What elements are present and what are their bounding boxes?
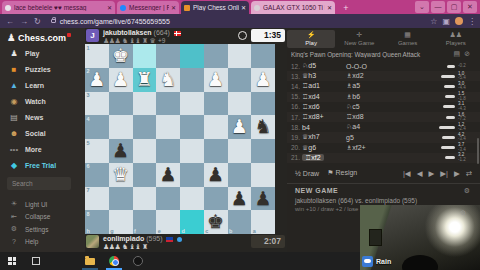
- padlock-icon: [51, 19, 56, 23]
- scrollbar-thumb[interactable]: [477, 138, 479, 164]
- square-d6[interactable]: [180, 163, 204, 187]
- flip-icon[interactable]: ⇄: [466, 169, 472, 178]
- square-f5[interactable]: [133, 139, 157, 163]
- square-g4[interactable]: [109, 115, 133, 139]
- rank-label: 3: [87, 92, 90, 98]
- rating-stakes-line: win +10 / draw +2 / lose -6: [295, 206, 365, 212]
- move-row[interactable]: 13.♕h3♗xd21.0-5.4: [287, 71, 480, 81]
- move-row[interactable]: 14.♖ad1♗a53.0-4.4: [287, 81, 480, 91]
- white-move[interactable]: ♖xd6: [302, 103, 346, 111]
- sidebar-item-learn[interactable]: ▲Learn: [0, 77, 85, 93]
- player-name[interactable]: eonlimpiado (595): [103, 235, 182, 242]
- square-h1[interactable]: 1: [85, 44, 109, 68]
- black-move[interactable]: ♘a4: [346, 123, 390, 131]
- eval-bottom: -4.3: [458, 107, 472, 112]
- tab-title: lace bebelele ♥♥ messag: [14, 4, 105, 11]
- sidebar-item-play[interactable]: ♟Play: [0, 45, 85, 61]
- eval-widget: 1.0-5.4: [441, 72, 472, 81]
- square-g3[interactable]: [109, 92, 133, 116]
- sidebar-item-watch[interactable]: ◉Watch: [0, 93, 85, 109]
- square-e2[interactable]: ♞: [156, 68, 180, 92]
- messenger-favicon: [120, 5, 126, 11]
- chesscom-logo[interactable]: ♟ Chess.com: [7, 32, 71, 43]
- move-row[interactable]: 15.♖xd4♗b61.5-1.8: [287, 92, 480, 102]
- black-move[interactable]: ♗a5: [346, 82, 390, 90]
- square-f8[interactable]: f: [133, 210, 157, 234]
- white-pawn[interactable]: ♟: [109, 68, 133, 92]
- close-window-button[interactable]: ✕: [463, 1, 477, 13]
- file-label: b: [229, 228, 232, 234]
- player-bar: eonlimpiado (595) ♟♟♟ ♞ ♝♝ ♜ ⊙ 2:07: [85, 234, 287, 250]
- new-tab-button[interactable]: +: [341, 3, 351, 13]
- start-button[interactable]: [0, 252, 24, 270]
- square-c7[interactable]: [204, 187, 228, 211]
- file-label: a: [253, 228, 256, 234]
- collapse-icon: ⇤: [8, 213, 20, 221]
- panel-divider: [287, 183, 480, 184]
- move-nav-controls: |◀◀▶▶|▶⇄: [403, 169, 472, 178]
- move-number: 19.: [287, 134, 302, 141]
- square-b5[interactable]: [228, 139, 252, 163]
- toolbar-extensions: ☆ ▣ ⋮: [430, 14, 476, 28]
- square-a3[interactable]: [251, 92, 275, 116]
- black-pawn[interactable]: ♟: [251, 187, 275, 211]
- opponent-avatar[interactable]: J: [86, 29, 99, 42]
- game-buttons-row: ½Draw ⚑Resign |◀◀▶▶|▶⇄: [287, 165, 480, 181]
- square-g5[interactable]: ♟: [109, 139, 133, 163]
- square-h2[interactable]: 2♟: [85, 68, 109, 92]
- matchup-line: jakubtollaksen (664) vs. eonlimpiado (59…: [295, 197, 417, 204]
- square-e1[interactable]: [156, 44, 180, 68]
- square-c8[interactable]: c♚: [204, 210, 228, 234]
- bookmark-star-icon[interactable]: ☆: [430, 17, 437, 26]
- forward-icon[interactable]: →: [20, 17, 28, 26]
- streamer-silhouette: [402, 255, 438, 270]
- chesscom-favicon: [184, 5, 190, 11]
- black-pawn[interactable]: ♟: [109, 139, 133, 163]
- light-ui-icon: ☀: [8, 200, 20, 208]
- close-tab-icon[interactable]: ✕: [241, 4, 246, 11]
- player-flag-icon: [166, 237, 173, 242]
- white-knight[interactable]: ♞: [156, 68, 180, 92]
- forward-icon[interactable]: ▶: [428, 169, 434, 178]
- square-g2[interactable]: ♟: [109, 68, 133, 92]
- panel-tab-new-game[interactable]: ✛New Game: [335, 30, 383, 48]
- draw-button[interactable]: ½Draw: [295, 170, 319, 177]
- square-e7[interactable]: [156, 187, 180, 211]
- circle-favicon: [5, 5, 11, 11]
- move-row[interactable]: 17.♖xd8+♖xd81.6-7.2: [287, 112, 480, 122]
- eval-widget: 1.5-1.8: [445, 92, 472, 101]
- file-explorer-icon[interactable]: [78, 252, 102, 270]
- move-number: 13.: [287, 73, 302, 80]
- white-king[interactable]: ♚: [109, 44, 133, 68]
- white-move[interactable]: ♕xh7: [302, 133, 346, 141]
- white-rook[interactable]: ♜: [133, 68, 157, 92]
- move-row[interactable]: 16.♖xd6♘c53.1-4.3: [287, 102, 480, 112]
- eval-widget: 3.0-4.4: [444, 82, 472, 91]
- move-row[interactable]: 20.♕g6♗xf2+3.7-3.4: [287, 143, 480, 153]
- taskbar-spacer: [48, 252, 78, 270]
- square-b4[interactable]: ♟: [228, 115, 252, 139]
- eval-widget: -0.2: [447, 64, 472, 69]
- webcam-overlay: ⊙ Rain: [360, 205, 480, 270]
- address-bar[interactable]: chess.com/game/live/67455659555: [60, 18, 170, 25]
- square-a7[interactable]: ♟: [251, 187, 275, 211]
- maximize-button[interactable]: ▢: [447, 1, 461, 13]
- weather-label: Rain: [376, 258, 391, 265]
- eval-bar: [445, 156, 455, 159]
- black-undefined[interactable]: [180, 44, 204, 68]
- sidebar-footer-settings[interactable]: ⚙Settings: [0, 223, 85, 236]
- tab-title: GALAX GTX 1050 Ti P750 + VTi: [263, 4, 325, 11]
- sidebar-footer-light-ui[interactable]: ☀Light UI: [0, 198, 85, 211]
- square-f4[interactable]: [133, 115, 157, 139]
- square-h6[interactable]: 6: [85, 163, 109, 187]
- black-king[interactable]: ♚: [204, 210, 228, 234]
- move-list[interactable]: 12.♘d5O-O-O-0.213.♕h3♗xd21.0-5.414.♖ad1♗…: [287, 61, 480, 163]
- opponent-clock: 1:35: [251, 29, 285, 42]
- move-row[interactable]: 12.♘d5O-O-O-0.2: [287, 61, 480, 71]
- panel-tab-games[interactable]: ▦Games: [384, 30, 432, 48]
- profile-menu-button[interactable]: ⌄: [415, 1, 429, 13]
- move-number: 17.: [287, 114, 302, 121]
- eval-bar: [442, 136, 455, 139]
- file-label: g: [110, 228, 113, 234]
- white-move[interactable]: ♖ad1: [302, 82, 346, 90]
- square-f3[interactable]: [133, 92, 157, 116]
- eval-bar: [441, 75, 455, 78]
- browser-titlebar: lace bebelele ♥♥ messag✕Messenger | Face…: [0, 0, 480, 14]
- sidebar-item-free-trial[interactable]: ◆Free Trial: [0, 157, 85, 173]
- square-a8[interactable]: a: [251, 210, 275, 234]
- square-c3[interactable]: [204, 92, 228, 116]
- captured-pieces-by-black: ♟♟♟ ♞ ♝♝ ♜: [103, 243, 148, 251]
- white-queen[interactable]: ♛: [109, 163, 133, 187]
- eval-bar: [444, 85, 455, 88]
- white-pawn[interactable]: ♟: [204, 68, 228, 92]
- players-icon: ♟♟: [432, 31, 480, 40]
- new-game-heading: NEW GAME: [295, 187, 338, 194]
- material-advantage: +9: [158, 37, 165, 44]
- square-d5[interactable]: [180, 139, 204, 163]
- white-move[interactable]: ♖xd4: [302, 93, 346, 101]
- eval-widget: 3.2-1.2: [445, 153, 472, 162]
- square-d4[interactable]: [180, 115, 204, 139]
- opponent-bar: J jakubtollaksen (664) ♟♟♟ ♞ ♝♝ ♜ ♛+9 1:…: [85, 28, 287, 44]
- puzzles-icon: ■: [8, 65, 20, 74]
- rain-icon: [362, 256, 373, 267]
- player-social-icon: [177, 237, 182, 242]
- back-icon[interactable]: ←: [6, 17, 14, 26]
- camera-overlay-icon: ⊙: [460, 209, 466, 217]
- close-tab-icon[interactable]: ✕: [171, 4, 176, 11]
- opponent-flag-icon: [174, 31, 181, 36]
- file-label: d: [182, 228, 185, 234]
- extensions-icon[interactable]: ▣: [442, 17, 450, 26]
- square-e8[interactable]: e: [156, 210, 180, 234]
- square-d3[interactable]: [180, 92, 204, 116]
- square-f2[interactable]: ♜: [133, 68, 157, 92]
- learn-icon: ▲: [8, 81, 20, 90]
- news-icon: ▤: [8, 113, 20, 122]
- square-e4[interactable]: [156, 115, 180, 139]
- square-a1[interactable]: [251, 44, 275, 68]
- black-move[interactable]: ♖xd8: [346, 113, 390, 121]
- resign-button[interactable]: ⚑Resign: [327, 169, 357, 177]
- rank-label: 8: [87, 211, 90, 217]
- move-number: 18.: [287, 124, 302, 131]
- square-c5[interactable]: [204, 139, 228, 163]
- go-end-icon[interactable]: ▶|: [440, 169, 448, 178]
- wall-frame: [369, 229, 382, 246]
- rank-label: 7: [87, 187, 90, 193]
- browser-toolbar: ← → ↻ chess.com/game/live/67455659555: [0, 14, 480, 28]
- black-move[interactable]: ♗b6: [346, 93, 390, 101]
- sidebar-menu: ♟Play■Puzzles▲Learn◉Watch▤News☻Social•••…: [0, 45, 85, 173]
- black-move[interactable]: ♘c5: [346, 103, 390, 111]
- square-c1[interactable]: [204, 44, 228, 68]
- browser-tab[interactable]: Messenger | Facebook✕: [117, 1, 179, 14]
- square-d7[interactable]: [180, 187, 204, 211]
- panel-tabs: ⚡Play✛New Game▦Games♟♟Players: [287, 30, 480, 48]
- more-icon: •••: [8, 145, 20, 154]
- browser-tab[interactable]: lace bebelele ♥♥ messag✕: [2, 1, 115, 14]
- white-pawn[interactable]: ♟: [251, 68, 275, 92]
- square-d2[interactable]: [180, 68, 204, 92]
- chesscom-sidebar: ♟ Chess.com ♟Play■Puzzles▲Learn◉Watch▤Ne…: [0, 28, 85, 252]
- move-number: 20.: [287, 144, 302, 151]
- square-g8[interactable]: g: [109, 210, 133, 234]
- notification-badge: [67, 33, 71, 37]
- square-a2[interactable]: ♟: [251, 68, 275, 92]
- search-input[interactable]: Search: [7, 177, 71, 190]
- chess-board[interactable]: 1♚2♟♟♜♞♟♟34♟♞5♟6♛♟♟7♟♟8hgfedc♚ba: [85, 44, 275, 234]
- opponent-name[interactable]: jakubtollaksen (664): [103, 29, 181, 36]
- eval-bar: [446, 116, 455, 119]
- square-a6[interactable]: [251, 163, 275, 187]
- sidebar-footer-help[interactable]: ?Help: [0, 236, 85, 249]
- white-move[interactable]: ♘d5: [302, 62, 346, 70]
- recorder-app-icon[interactable]: [126, 252, 150, 270]
- eval-bar: [441, 146, 455, 149]
- opening-icons[interactable]: ▤⊘: [454, 50, 474, 58]
- eval-widget: 3.1-4.3: [443, 102, 472, 111]
- go-start-icon[interactable]: |◀: [403, 169, 411, 178]
- white-move[interactable]: ♖xd8+: [302, 113, 346, 121]
- new-game-settings-icon[interactable]: ⚙: [464, 187, 470, 195]
- file-label: h: [87, 228, 90, 234]
- square-e6[interactable]: ♟: [156, 163, 180, 187]
- play-icon: ♟: [8, 49, 20, 58]
- square-a5[interactable]: [251, 139, 275, 163]
- black-pawn[interactable]: ♟: [228, 187, 252, 211]
- black-pawn[interactable]: ♟: [204, 163, 228, 187]
- player-rating: (595): [146, 235, 162, 242]
- square-b3[interactable]: [228, 92, 252, 116]
- back-icon[interactable]: ◀: [417, 169, 423, 178]
- white-move[interactable]: ♕h3: [302, 72, 346, 80]
- square-f7[interactable]: [133, 187, 157, 211]
- square-a4[interactable]: ♞: [251, 115, 275, 139]
- chrome-icon[interactable]: [102, 252, 126, 270]
- browser-tab[interactable]: GALAX GTX 1050 Ti P750 + VTi✕: [251, 1, 335, 14]
- panel-tab-play[interactable]: ⚡Play: [287, 30, 335, 48]
- profile-avatar[interactable]: [455, 17, 463, 25]
- move-number: 12.: [287, 63, 302, 70]
- square-c2[interactable]: ♟: [204, 68, 228, 92]
- square-h4[interactable]: 4: [85, 115, 109, 139]
- close-tab-icon[interactable]: ✕: [107, 4, 112, 11]
- opponent-rating: (664): [154, 29, 170, 36]
- free trial-icon: ◆: [8, 161, 20, 170]
- rank-label: 6: [87, 163, 90, 169]
- settings-icon: ⚙: [8, 225, 20, 233]
- move-row[interactable]: 18.b4♘a41.2-2.4: [287, 122, 480, 132]
- social-icon: ☻: [8, 129, 20, 138]
- clock-icon: [238, 31, 247, 40]
- file-label: e: [158, 228, 161, 234]
- play-icon[interactable]: ▶: [454, 169, 460, 178]
- black-knight[interactable]: ♞: [251, 115, 275, 139]
- white-move[interactable]: b4: [302, 124, 346, 131]
- player-avatar[interactable]: [86, 235, 99, 248]
- square-c4[interactable]: [204, 115, 228, 139]
- white-pawn[interactable]: ♟: [228, 115, 252, 139]
- square-h5[interactable]: 5: [85, 139, 109, 163]
- square-f1[interactable]: [133, 44, 157, 68]
- move-number: 15.: [287, 93, 302, 100]
- sidebar-item-more[interactable]: •••More: [0, 141, 85, 157]
- panel-tab-players[interactable]: ♟♟Players: [432, 30, 480, 48]
- reload-icon[interactable]: ↻: [34, 17, 41, 26]
- square-h3[interactable]: 3: [85, 92, 109, 116]
- globe-favicon: [254, 5, 260, 11]
- eval-bottom: -7.2: [458, 117, 472, 122]
- help-icon: ?: [8, 238, 20, 245]
- play-icon: ⚡: [287, 31, 335, 40]
- square-d8[interactable]: d: [180, 210, 204, 234]
- player-clock: 2:07: [251, 235, 285, 248]
- square-g7[interactable]: [109, 187, 133, 211]
- square-c6[interactable]: ♟: [204, 163, 228, 187]
- square-e5[interactable]: [156, 139, 180, 163]
- weather-widget: Rain: [362, 256, 391, 267]
- menu-dots-icon[interactable]: ⋮: [468, 17, 476, 26]
- flag-icon: ⚑: [327, 169, 333, 176]
- opening-name: King's Pawn Opening: Wayward Queen Attac…: [291, 51, 451, 58]
- square-b6[interactable]: [228, 163, 252, 187]
- eval-bar: [443, 105, 455, 108]
- logo-pawn-icon: ♟: [7, 32, 16, 43]
- browser-tab[interactable]: Play Chess Online for Free w✕: [181, 1, 249, 14]
- desktop-screen: lace bebelele ♥♥ messag✕Messenger | Face…: [0, 0, 480, 270]
- eval-bar: [447, 65, 455, 68]
- sidebar-footer-collapse[interactable]: ⇤Collapse: [0, 211, 85, 224]
- square-h7[interactable]: 7: [85, 187, 109, 211]
- white-move[interactable]: ♖xf2: [302, 154, 346, 162]
- square-g6[interactable]: ♛: [109, 163, 133, 187]
- move-number: 16.: [287, 103, 302, 110]
- rank-label: 4: [87, 116, 90, 122]
- rank-label: 1: [87, 45, 90, 51]
- close-tab-icon[interactable]: ✕: [327, 4, 332, 11]
- file-label: f: [134, 228, 136, 234]
- eval-widget: 1.2-2.4: [439, 123, 472, 132]
- black-pawn[interactable]: ♟: [156, 163, 180, 187]
- rank-label: 5: [87, 140, 90, 146]
- eval-bottom: -0.2: [458, 64, 472, 69]
- white-move[interactable]: ♕g6: [302, 144, 346, 152]
- move-row[interactable]: 19.♕xh7g54.2-3.4: [287, 132, 480, 142]
- eval-bar: [439, 126, 455, 129]
- new-game-icon: ✛: [335, 31, 383, 40]
- square-d1[interactable]: [180, 44, 204, 68]
- square-e3[interactable]: [156, 92, 180, 116]
- black-move[interactable]: O-O-O: [346, 63, 390, 70]
- square-f6[interactable]: [133, 163, 157, 187]
- move-row[interactable]: 21.♖xf23.2-1.2: [287, 153, 480, 163]
- tab-title: Messenger | Facebook: [129, 4, 169, 11]
- half-icon: ½: [295, 170, 301, 177]
- square-b1[interactable]: [228, 44, 252, 68]
- move-number: 21.: [287, 154, 302, 161]
- black-move[interactable]: ♗xd2: [346, 72, 390, 80]
- square-b7[interactable]: ♟: [228, 187, 252, 211]
- tab-title: Play Chess Online for Free w: [193, 4, 239, 11]
- black-move[interactable]: g5: [346, 134, 390, 141]
- sidebar-item-news[interactable]: ▤News: [0, 109, 85, 125]
- logo-text: Chess.com: [18, 33, 66, 43]
- white-pawn[interactable]: ♟: [85, 68, 109, 92]
- minimize-button[interactable]: —: [431, 1, 445, 13]
- games-icon: ▦: [384, 31, 432, 40]
- move-number: 14.: [287, 83, 302, 90]
- square-g1[interactable]: ♚: [109, 44, 133, 68]
- sidebar-item-puzzles[interactable]: ■Puzzles: [0, 61, 85, 77]
- eval-bar: [445, 95, 455, 98]
- square-b2[interactable]: [228, 68, 252, 92]
- task-view-button[interactable]: [24, 252, 48, 270]
- eval-widget: 1.6-7.2: [446, 113, 472, 122]
- square-b8[interactable]: b: [228, 210, 252, 234]
- eval-bottom: -1.2: [458, 158, 472, 163]
- sidebar-footer: ☀Light UI⇤Collapse⚙Settings?Help: [0, 198, 85, 248]
- eval-widget: 3.7-3.4: [441, 143, 472, 152]
- eval-widget: 4.2-3.4: [442, 133, 472, 142]
- black-move[interactable]: ♗xf2+: [346, 144, 390, 152]
- square-h8[interactable]: 8h: [85, 210, 109, 234]
- watch-icon: ◉: [8, 97, 20, 106]
- sidebar-item-social[interactable]: ☻Social: [0, 125, 85, 141]
